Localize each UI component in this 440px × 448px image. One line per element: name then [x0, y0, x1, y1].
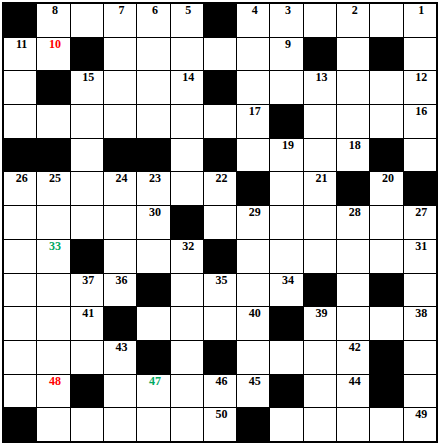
white-cell[interactable]: 37	[71, 274, 103, 307]
white-cell[interactable]	[304, 341, 336, 374]
white-cell[interactable]	[37, 105, 69, 138]
clue-number: 48	[37, 375, 69, 388]
white-cell[interactable]	[137, 38, 169, 71]
black-cell	[4, 4, 36, 37]
white-cell[interactable]	[137, 71, 169, 104]
white-cell[interactable]	[304, 408, 336, 441]
black-cell	[204, 240, 236, 273]
white-cell[interactable]	[104, 240, 136, 273]
white-cell[interactable]	[270, 206, 302, 239]
clue-number: 35	[204, 274, 236, 287]
white-cell[interactable]: 29	[237, 206, 269, 239]
clue-number: 25	[37, 172, 69, 185]
black-cell	[370, 274, 402, 307]
white-cell[interactable]: 7	[104, 4, 136, 37]
white-cell[interactable]: 3	[270, 4, 302, 37]
black-cell	[204, 341, 236, 374]
white-cell[interactable]	[171, 375, 203, 408]
black-cell	[404, 172, 436, 205]
white-cell[interactable]	[404, 274, 436, 307]
clue-number: 16	[404, 105, 436, 118]
white-cell[interactable]	[4, 206, 36, 239]
white-cell[interactable]	[104, 105, 136, 138]
white-cell[interactable]: 49	[404, 408, 436, 441]
white-cell[interactable]	[270, 71, 302, 104]
white-cell[interactable]: 30	[137, 206, 169, 239]
white-cell[interactable]	[171, 408, 203, 441]
white-cell[interactable]	[304, 105, 336, 138]
white-cell[interactable]	[370, 206, 402, 239]
white-cell[interactable]: 2	[337, 4, 369, 37]
white-cell[interactable]: 10	[37, 38, 69, 71]
white-cell[interactable]: 1	[404, 4, 436, 37]
clue-number: 46	[204, 375, 236, 388]
white-cell[interactable]	[337, 38, 369, 71]
black-cell	[4, 408, 36, 441]
clue-number: 39	[304, 307, 336, 320]
clue-number: 26	[4, 172, 36, 185]
white-cell[interactable]: 9	[270, 38, 302, 71]
clue-number: 29	[237, 206, 269, 219]
white-cell[interactable]	[370, 307, 402, 340]
white-cell[interactable]	[137, 240, 169, 273]
white-cell[interactable]	[404, 38, 436, 71]
white-cell[interactable]	[270, 341, 302, 374]
white-cell[interactable]	[137, 307, 169, 340]
white-cell[interactable]: 16	[404, 105, 436, 138]
white-cell[interactable]: 27	[404, 206, 436, 239]
black-cell	[270, 375, 302, 408]
white-cell[interactable]	[71, 408, 103, 441]
clue-number: 17	[237, 105, 269, 118]
clue-number: 32	[171, 240, 203, 253]
clue-number: 37	[71, 274, 103, 287]
clue-number: 11	[4, 38, 36, 51]
white-cell[interactable]	[37, 341, 69, 374]
white-cell[interactable]: 45	[237, 375, 269, 408]
clue-number: 12	[404, 71, 436, 84]
clue-number: 33	[37, 240, 69, 253]
black-cell	[4, 139, 36, 172]
white-cell[interactable]: 43	[104, 341, 136, 374]
white-cell[interactable]	[137, 105, 169, 138]
clue-number: 5	[171, 4, 203, 17]
white-cell[interactable]: 41	[71, 307, 103, 340]
white-cell[interactable]	[37, 307, 69, 340]
black-cell	[71, 375, 103, 408]
black-cell	[370, 38, 402, 71]
clue-number: 15	[71, 71, 103, 84]
clue-number: 21	[304, 172, 336, 185]
white-cell[interactable]	[370, 71, 402, 104]
clue-number: 41	[71, 307, 103, 320]
black-cell	[137, 341, 169, 374]
black-cell	[237, 408, 269, 441]
clue-number: 19	[270, 139, 302, 152]
clue-number: 47	[137, 375, 169, 388]
clue-number: 38	[404, 307, 436, 320]
white-cell[interactable]: 50	[204, 408, 236, 441]
white-cell[interactable]: 21	[304, 172, 336, 205]
black-cell	[204, 139, 236, 172]
white-cell[interactable]	[304, 240, 336, 273]
white-cell[interactable]	[204, 307, 236, 340]
white-cell[interactable]	[4, 240, 36, 273]
white-cell[interactable]: 31	[404, 240, 436, 273]
clue-number: 10	[37, 38, 69, 51]
white-cell[interactable]: 6	[137, 4, 169, 37]
white-cell[interactable]	[4, 105, 36, 138]
clue-number: 34	[270, 274, 302, 287]
white-cell[interactable]	[337, 240, 369, 273]
black-cell	[370, 139, 402, 172]
clue-number: 9	[270, 38, 302, 51]
white-cell[interactable]	[304, 206, 336, 239]
white-cell[interactable]: 34	[270, 274, 302, 307]
clue-number: 2	[337, 4, 369, 17]
clue-number: 24	[104, 172, 136, 185]
white-cell[interactable]	[37, 274, 69, 307]
white-cell[interactable]	[237, 341, 269, 374]
white-cell[interactable]	[370, 240, 402, 273]
white-cell[interactable]: 18	[337, 139, 369, 172]
white-cell[interactable]	[237, 240, 269, 273]
crossword-grid: 8765432111109151413121716191826252423222…	[2, 2, 438, 443]
white-cell[interactable]: 40	[237, 307, 269, 340]
clue-number: 45	[237, 375, 269, 388]
black-cell	[237, 172, 269, 205]
white-cell[interactable]	[104, 206, 136, 239]
white-cell[interactable]	[171, 105, 203, 138]
white-cell[interactable]	[4, 71, 36, 104]
white-cell[interactable]: 32	[171, 240, 203, 273]
white-cell[interactable]	[270, 240, 302, 273]
white-cell[interactable]	[37, 206, 69, 239]
white-cell[interactable]	[304, 375, 336, 408]
white-cell[interactable]	[337, 408, 369, 441]
white-cell[interactable]	[104, 38, 136, 71]
white-cell[interactable]	[237, 274, 269, 307]
clue-number: 1	[404, 4, 436, 17]
white-cell[interactable]	[204, 206, 236, 239]
white-cell[interactable]: 38	[404, 307, 436, 340]
white-cell[interactable]: 33	[37, 240, 69, 273]
white-cell[interactable]	[237, 71, 269, 104]
clue-number: 43	[104, 341, 136, 354]
white-cell[interactable]: 5	[171, 4, 203, 37]
clue-number: 22	[204, 172, 236, 185]
white-cell[interactable]	[71, 4, 103, 37]
white-cell[interactable]	[304, 139, 336, 172]
white-cell[interactable]	[404, 341, 436, 374]
white-cell[interactable]	[204, 38, 236, 71]
white-cell[interactable]: 39	[304, 307, 336, 340]
white-cell[interactable]	[337, 307, 369, 340]
clue-number: 49	[404, 408, 436, 421]
white-cell[interactable]	[171, 139, 203, 172]
white-cell[interactable]	[104, 375, 136, 408]
white-cell[interactable]: 8	[37, 4, 69, 37]
white-cell[interactable]	[204, 105, 236, 138]
black-cell	[304, 38, 336, 71]
black-cell	[137, 139, 169, 172]
white-cell[interactable]: 48	[37, 375, 69, 408]
white-cell[interactable]	[71, 172, 103, 205]
clue-number: 28	[337, 206, 369, 219]
white-cell[interactable]	[4, 375, 36, 408]
white-cell[interactable]: 26	[4, 172, 36, 205]
clue-number: 8	[37, 4, 69, 17]
clue-number: 42	[337, 341, 369, 354]
black-cell	[71, 38, 103, 71]
black-cell	[370, 341, 402, 374]
clue-number: 4	[237, 4, 269, 17]
white-cell[interactable]	[370, 105, 402, 138]
black-cell	[337, 172, 369, 205]
crossword-page: 8765432111109151413121716191826252423222…	[0, 0, 440, 448]
white-cell[interactable]	[337, 71, 369, 104]
white-cell[interactable]	[337, 105, 369, 138]
white-cell[interactable]	[171, 341, 203, 374]
clue-number: 13	[304, 71, 336, 84]
white-cell[interactable]: 12	[404, 71, 436, 104]
white-cell[interactable]: 11	[4, 38, 36, 71]
clue-number: 36	[104, 274, 136, 287]
white-cell[interactable]	[237, 38, 269, 71]
clue-number: 6	[137, 4, 169, 17]
clue-number: 7	[104, 4, 136, 17]
white-cell[interactable]	[4, 307, 36, 340]
black-cell	[370, 375, 402, 408]
clue-number: 20	[370, 172, 402, 185]
white-cell[interactable]: 25	[37, 172, 69, 205]
black-cell	[37, 139, 69, 172]
white-cell[interactable]: 46	[204, 375, 236, 408]
black-cell	[204, 71, 236, 104]
white-cell[interactable]	[404, 139, 436, 172]
black-cell	[270, 105, 302, 138]
white-cell[interactable]: 19	[270, 139, 302, 172]
black-cell	[71, 240, 103, 273]
white-cell[interactable]	[304, 4, 336, 37]
black-cell	[204, 4, 236, 37]
white-cell[interactable]: 15	[71, 71, 103, 104]
white-cell[interactable]	[337, 274, 369, 307]
white-cell[interactable]	[71, 139, 103, 172]
white-cell[interactable]: 14	[171, 71, 203, 104]
white-cell[interactable]	[37, 408, 69, 441]
white-cell[interactable]	[171, 38, 203, 71]
clue-number: 23	[137, 172, 169, 185]
white-cell[interactable]: 24	[104, 172, 136, 205]
white-cell[interactable]: 35	[204, 274, 236, 307]
white-cell[interactable]: 4	[237, 4, 269, 37]
black-cell	[37, 71, 69, 104]
white-cell[interactable]: 36	[104, 274, 136, 307]
white-cell[interactable]: 20	[370, 172, 402, 205]
white-cell[interactable]: 23	[137, 172, 169, 205]
clue-number: 44	[337, 375, 369, 388]
black-cell	[270, 307, 302, 340]
white-cell[interactable]	[270, 408, 302, 441]
black-cell	[137, 274, 169, 307]
white-cell[interactable]	[71, 341, 103, 374]
white-cell[interactable]: 44	[337, 375, 369, 408]
clue-number: 40	[237, 307, 269, 320]
white-cell[interactable]: 42	[337, 341, 369, 374]
clue-number: 30	[137, 206, 169, 219]
white-cell[interactable]	[404, 375, 436, 408]
white-cell[interactable]	[104, 408, 136, 441]
white-cell[interactable]	[71, 206, 103, 239]
white-cell[interactable]	[4, 274, 36, 307]
white-cell[interactable]: 13	[304, 71, 336, 104]
clue-number: 50	[204, 408, 236, 421]
white-cell[interactable]	[137, 408, 169, 441]
white-cell[interactable]	[104, 71, 136, 104]
white-cell[interactable]: 28	[337, 206, 369, 239]
white-cell[interactable]: 22	[204, 172, 236, 205]
clue-number: 27	[404, 206, 436, 219]
clue-number: 18	[337, 139, 369, 152]
black-cell	[104, 307, 136, 340]
white-cell[interactable]	[370, 4, 402, 37]
clue-number: 14	[171, 71, 203, 84]
clue-number: 31	[404, 240, 436, 253]
white-cell[interactable]: 47	[137, 375, 169, 408]
clue-number: 3	[270, 4, 302, 17]
white-cell[interactable]	[370, 408, 402, 441]
white-cell[interactable]	[171, 307, 203, 340]
white-cell[interactable]	[71, 105, 103, 138]
white-cell[interactable]	[171, 172, 203, 205]
white-cell[interactable]: 17	[237, 105, 269, 138]
white-cell[interactable]	[237, 139, 269, 172]
black-cell	[104, 139, 136, 172]
white-cell[interactable]	[4, 341, 36, 374]
white-cell[interactable]	[270, 172, 302, 205]
white-cell[interactable]	[171, 274, 203, 307]
black-cell	[171, 206, 203, 239]
black-cell	[304, 274, 336, 307]
